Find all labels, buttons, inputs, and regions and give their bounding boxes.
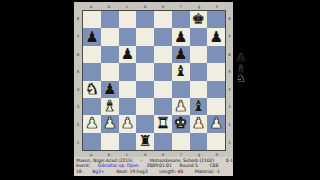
square-d7[interactable]: [136, 28, 154, 45]
event-link[interactable]: Gibraltar op. Open: [98, 163, 139, 168]
file-label-e: e: [154, 4, 172, 9]
rank-label-2: 2: [226, 116, 233, 134]
square-g4[interactable]: [190, 81, 208, 98]
square-e6[interactable]: [154, 46, 172, 63]
white-king-f2[interactable]: ♚: [174, 116, 187, 131]
black-bishop-g3[interactable]: ♝: [192, 99, 205, 114]
square-c8[interactable]: [119, 11, 137, 28]
white-pawn-a2[interactable]: ♟: [85, 116, 98, 131]
square-a7[interactable]: ♟: [83, 28, 101, 45]
white-bishop-b3[interactable]: ♝: [103, 99, 116, 114]
event-date: 2009.01.01: [146, 163, 171, 168]
square-d1[interactable]: ♜: [136, 133, 154, 150]
square-c4[interactable]: [119, 81, 137, 98]
game-info-panel: Mason, Nigel Azad (2215) - Mohandesans, …: [74, 157, 233, 176]
square-c5[interactable]: [119, 63, 137, 80]
black-player-name: Mohandesans, Soheib (2102): [150, 158, 214, 163]
square-e1[interactable]: [154, 133, 172, 150]
square-c6[interactable]: ♟: [119, 46, 137, 63]
square-b4[interactable]: ♟: [101, 81, 119, 98]
material-difference-tray: ♟♝♘: [234, 53, 248, 85]
white-knight-icon: ♘: [236, 74, 246, 85]
black-bishop-f5[interactable]: ♝: [174, 64, 187, 79]
video-frame: { "game": "chess", "position": { "fen": …: [0, 0, 320, 180]
material-text: Material: -1: [195, 169, 220, 174]
file-label-h: h: [208, 4, 226, 9]
move-info-line: 18 . Bg3+ Next: 19.hxg3 Length: 40 Mater…: [76, 169, 231, 174]
square-f1[interactable]: [172, 133, 190, 150]
square-c3[interactable]: [119, 98, 137, 115]
square-b1[interactable]: [101, 133, 119, 150]
square-d3[interactable]: [136, 98, 154, 115]
rank-label-6: 6: [226, 45, 233, 63]
square-e7[interactable]: [154, 28, 172, 45]
rank-label-7: 7: [74, 28, 82, 46]
square-d5[interactable]: [136, 63, 154, 80]
rank-label-8: 8: [226, 10, 233, 28]
square-c2[interactable]: ♟: [119, 115, 137, 132]
game-length-text: Length: 40: [159, 169, 183, 174]
square-g5[interactable]: [190, 63, 208, 80]
square-b7[interactable]: [101, 28, 119, 45]
file-label-f: f: [172, 4, 190, 9]
game-result: 0-1: [226, 158, 233, 163]
square-h7[interactable]: ♟: [207, 28, 225, 45]
square-a4[interactable]: ♞: [83, 81, 101, 98]
file-labels-top: abcdefgh: [74, 2, 233, 10]
rank-label-4: 4: [226, 81, 233, 99]
square-c7[interactable]: [119, 28, 137, 45]
rank-labels-left: 87654321: [74, 10, 82, 151]
file-label-a: a: [82, 152, 100, 157]
eco-code: C08: [209, 163, 218, 168]
square-h5[interactable]: [207, 63, 225, 80]
square-a8[interactable]: [83, 11, 101, 28]
file-labels-bottom: abcdefgh: [74, 151, 233, 157]
square-c1[interactable]: [119, 133, 137, 150]
square-h3[interactable]: [207, 98, 225, 115]
square-h4[interactable]: [207, 81, 225, 98]
black-rook-d1[interactable]: ♜: [138, 134, 151, 149]
rank-labels-right: 87654321: [226, 10, 233, 151]
square-h6[interactable]: [207, 46, 225, 63]
black-king-g8[interactable]: ♚: [192, 12, 205, 27]
square-g7[interactable]: [190, 28, 208, 45]
last-move-link[interactable]: Bg3+: [92, 169, 104, 174]
square-d6[interactable]: [136, 46, 154, 63]
rank-label-8: 8: [74, 10, 82, 28]
rank-label-1: 1: [74, 133, 82, 151]
square-f8[interactable]: [172, 11, 190, 28]
rank-label-5: 5: [74, 63, 82, 81]
next-move-text: Next: 19.hxg3: [116, 169, 147, 174]
rank-label-6: 6: [74, 45, 82, 63]
square-b5[interactable]: [101, 63, 119, 80]
square-g6[interactable]: [190, 46, 208, 63]
square-a5[interactable]: [83, 63, 101, 80]
white-pawn-f3[interactable]: ♟: [174, 99, 187, 114]
file-label-d: d: [136, 4, 154, 9]
move-number: 18 .: [76, 169, 84, 174]
square-g1[interactable]: [190, 133, 208, 150]
black-pawn-h7[interactable]: ♟: [209, 30, 222, 45]
file-label-b: b: [100, 152, 118, 157]
rank-label-7: 7: [226, 28, 233, 46]
file-label-f: f: [172, 152, 190, 157]
square-f4[interactable]: [172, 81, 190, 98]
black-pawn-f7[interactable]: ♟: [174, 30, 187, 45]
square-a3[interactable]: [83, 98, 101, 115]
square-b2[interactable]: ♟: [101, 115, 119, 132]
square-d4[interactable]: [136, 81, 154, 98]
file-label-d: d: [136, 152, 154, 157]
board-grid[interactable]: ♚♟♟♟♟♟♝♞♟♝♟♝♟♟♟♜♚♟♟♜: [82, 10, 226, 151]
rank-label-2: 2: [74, 116, 82, 134]
square-g2[interactable]: ♟: [190, 115, 208, 132]
white-pawn-g2[interactable]: ♟: [192, 116, 205, 131]
chess-board-panel: abcdefgh 87654321 ♚♟♟♟♟♟♝♞♟♝♟♝♟♟♟♜♚♟♟♜ 8…: [74, 2, 233, 176]
file-label-h: h: [208, 152, 226, 157]
square-f2[interactable]: ♚: [172, 115, 190, 132]
white-pawn-h2[interactable]: ♟: [209, 116, 222, 131]
white-pawn-c2[interactable]: ♟: [121, 116, 134, 131]
square-b6[interactable]: [101, 46, 119, 63]
square-d2[interactable]: [136, 115, 154, 132]
square-f6[interactable]: ♟: [172, 46, 190, 63]
square-f3[interactable]: ♟: [172, 98, 190, 115]
rank-label-3: 3: [226, 98, 233, 116]
black-pawn-a7[interactable]: ♟: [85, 30, 98, 45]
square-h1[interactable]: [207, 133, 225, 150]
square-e4[interactable]: [154, 81, 172, 98]
event-round: Round 5: [180, 163, 198, 168]
white-knight-a4[interactable]: ♞: [85, 82, 98, 97]
rank-label-3: 3: [74, 98, 82, 116]
file-label-b: b: [100, 4, 118, 9]
square-h8[interactable]: [207, 11, 225, 28]
square-g8[interactable]: ♚: [190, 11, 208, 28]
square-e5[interactable]: [154, 63, 172, 80]
file-label-c: c: [118, 4, 136, 9]
square-h2[interactable]: ♟: [207, 115, 225, 132]
players-separator: -: [140, 158, 142, 163]
square-a1[interactable]: [83, 133, 101, 150]
white-player-name: Mason, Nigel Azad (2215): [76, 158, 133, 163]
square-b8[interactable]: [101, 11, 119, 28]
square-e8[interactable]: [154, 11, 172, 28]
square-f5[interactable]: ♝: [172, 63, 190, 80]
square-a2[interactable]: ♟: [83, 115, 101, 132]
event-label: Event:: [76, 163, 90, 168]
rank-label-5: 5: [226, 63, 233, 81]
rank-label-1: 1: [226, 133, 233, 151]
square-g3[interactable]: ♝: [190, 98, 208, 115]
square-d8[interactable]: [136, 11, 154, 28]
square-e2[interactable]: ♜: [154, 115, 172, 132]
file-label-a: a: [82, 4, 100, 9]
file-label-e: e: [154, 152, 172, 157]
white-pawn-b2[interactable]: ♟: [103, 116, 116, 131]
black-pawn-f6[interactable]: ♟: [174, 47, 187, 62]
square-a6[interactable]: [83, 46, 101, 63]
black-pawn-b4[interactable]: ♟: [103, 82, 116, 97]
file-label-g: g: [190, 4, 208, 9]
black-pawn-c6[interactable]: ♟: [121, 47, 134, 62]
file-label-c: c: [118, 152, 136, 157]
square-e3[interactable]: [154, 98, 172, 115]
white-rook-e2[interactable]: ♜: [156, 116, 169, 131]
rank-label-4: 4: [74, 81, 82, 99]
file-label-g: g: [190, 152, 208, 157]
square-b3[interactable]: ♝: [101, 98, 119, 115]
square-f7[interactable]: ♟: [172, 28, 190, 45]
